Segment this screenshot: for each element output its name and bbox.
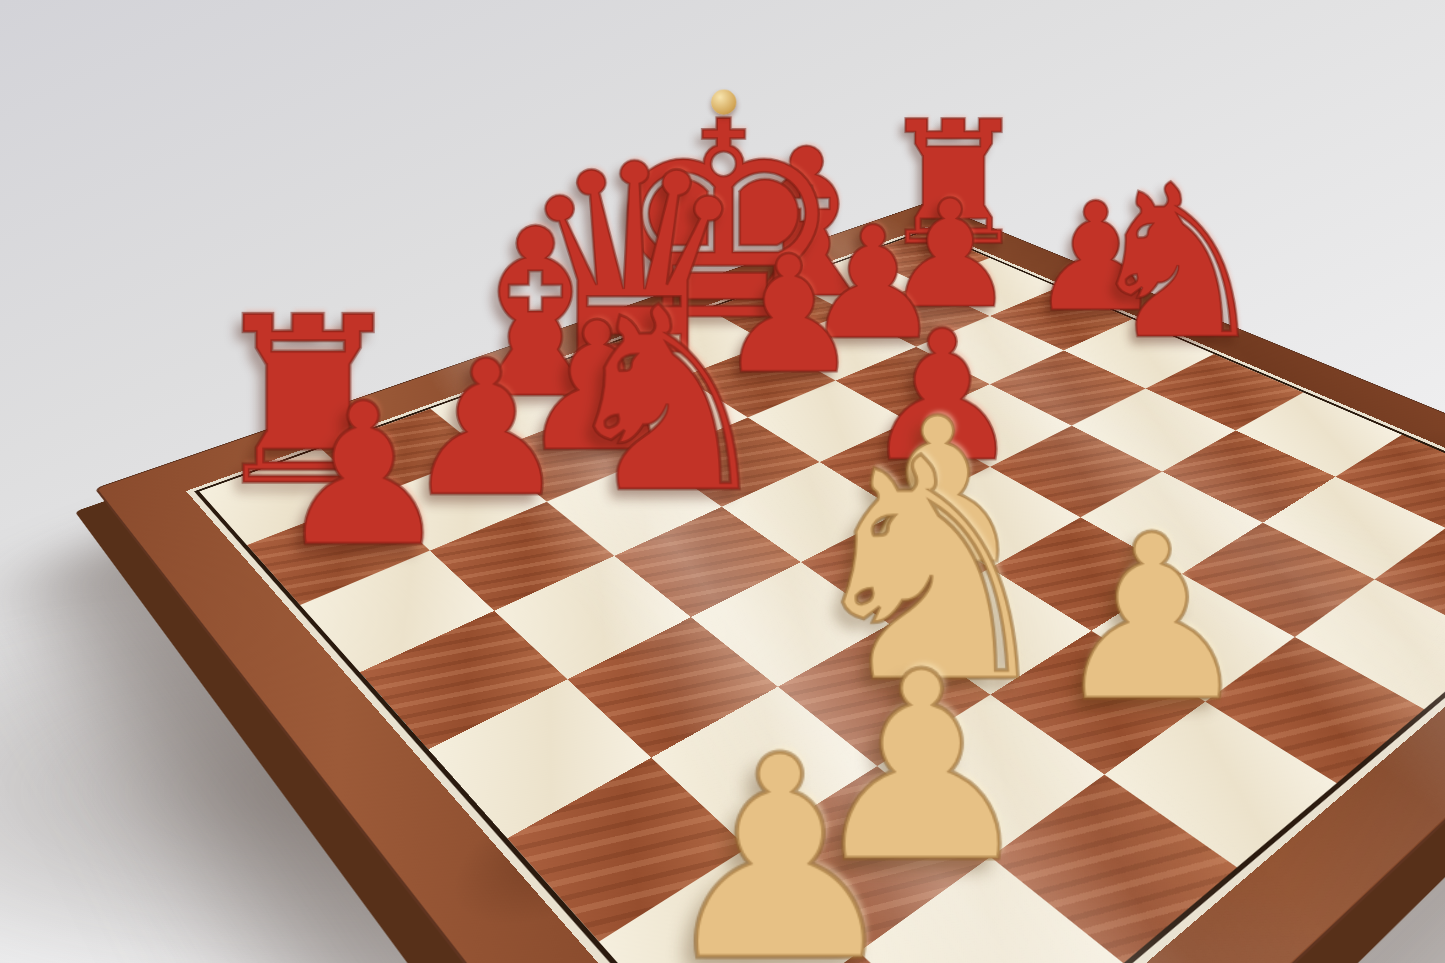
- red-pawn-a2: ♟: [276, 377, 453, 574]
- natural-pawn-d7: ♟: [1049, 505, 1254, 733]
- natural-pawn-a7: ♟: [655, 720, 907, 963]
- square-c3: ♞: [546, 457, 722, 556]
- red-knight-c3: ♞: [552, 274, 780, 528]
- studio-scene: ♟♟♟♞♟♞♟♟♞♟♟♟♟♟♟♜♝♚♛♝♜: [0, 0, 1445, 963]
- red-knight-h4: ♞: [1082, 157, 1272, 369]
- playing-area: ♟♟♟♞♟♞♟♟♞♟♟♟♟♟♟♜♝♚♛♝♜: [194, 229, 1445, 963]
